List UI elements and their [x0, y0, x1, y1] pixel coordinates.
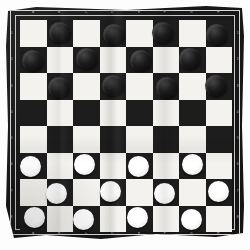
board-cell-b6 — [47, 153, 74, 180]
checker-black[interactable] — [205, 75, 226, 96]
board-cell-g8[interactable] — [179, 206, 206, 233]
checker-white[interactable] — [181, 209, 202, 230]
board-cell-a4[interactable] — [20, 100, 47, 127]
board-cell-c3 — [73, 73, 100, 100]
checker-white[interactable] — [182, 154, 203, 175]
board-cell-g3 — [179, 73, 206, 100]
board-cell-h8 — [206, 206, 233, 233]
board-cell-d5[interactable] — [100, 126, 127, 153]
board-cell-g4[interactable] — [179, 100, 206, 127]
checker-black[interactable] — [76, 48, 97, 69]
board-cell-d8 — [100, 206, 127, 233]
board-cell-h2 — [206, 47, 233, 74]
checker-black[interactable] — [49, 22, 70, 43]
checker-white[interactable] — [100, 181, 121, 202]
checkers-mat: ABCDEFGH ABCDEFGH 12345678 12345678 — [6, 6, 244, 240]
rank-label-6: 6 — [11, 163, 13, 166]
product-photo: ABCDEFGH ABCDEFGH 12345678 12345678 — [0, 0, 250, 250]
rank-label-3: 3 — [237, 84, 239, 87]
board-cell-e7 — [126, 179, 153, 206]
board-cell-b1[interactable] — [47, 20, 74, 47]
board-cell-b7[interactable] — [47, 179, 74, 206]
board-cell-c1 — [73, 20, 100, 47]
file-label-c: C — [85, 10, 87, 13]
checker-black[interactable] — [130, 50, 151, 71]
board-cell-g2[interactable] — [179, 47, 206, 74]
board-cell-g1 — [179, 20, 206, 47]
board-cell-g7 — [179, 179, 206, 206]
board-cell-e4[interactable] — [126, 100, 153, 127]
rank-label-5: 5 — [11, 136, 13, 139]
checker-white[interactable] — [24, 207, 45, 228]
board-cell-c4[interactable] — [73, 100, 100, 127]
rank-label-6: 6 — [237, 163, 239, 166]
file-label-g: G — [190, 10, 193, 13]
rank-label-4: 4 — [237, 110, 239, 113]
board-cell-h4 — [206, 100, 233, 127]
checker-white[interactable] — [128, 156, 149, 177]
board-cell-a7 — [20, 179, 47, 206]
checker-black[interactable] — [206, 24, 227, 45]
checker-black[interactable] — [152, 22, 173, 43]
rank-labels-left: 12345678 — [9, 20, 15, 230]
board-cell-f6 — [153, 153, 180, 180]
board-cell-d7[interactable] — [100, 179, 127, 206]
rank-label-3: 3 — [11, 84, 13, 87]
checker-black[interactable] — [103, 24, 124, 45]
board-cell-e5 — [126, 126, 153, 153]
board-cell-d6 — [100, 153, 127, 180]
rank-labels-right: 12345678 — [235, 20, 241, 230]
rank-label-2: 2 — [11, 58, 13, 61]
board-cell-h5[interactable] — [206, 126, 233, 153]
file-label-h: H — [217, 10, 219, 13]
file-label-e: E — [138, 10, 140, 13]
board-cell-d1[interactable] — [100, 20, 127, 47]
board-cell-c8[interactable] — [73, 206, 100, 233]
board-cell-b8 — [47, 206, 74, 233]
board-cell-d4 — [100, 100, 127, 127]
checker-black[interactable] — [102, 75, 123, 96]
checker-white[interactable] — [154, 183, 175, 204]
rank-label-7: 7 — [237, 189, 239, 192]
checker-white[interactable] — [46, 183, 67, 204]
board-cell-f1[interactable] — [153, 20, 180, 47]
rank-label-1: 1 — [11, 31, 13, 34]
file-labels-top: ABCDEFGH — [20, 9, 232, 15]
rank-label-4: 4 — [11, 110, 13, 113]
board-cell-e1 — [126, 20, 153, 47]
board-cell-h1[interactable] — [206, 20, 233, 47]
board-cell-f7[interactable] — [153, 179, 180, 206]
board-cell-b5[interactable] — [47, 126, 74, 153]
checker-white[interactable] — [74, 154, 95, 175]
checker-black[interactable] — [22, 50, 43, 71]
board-cell-h7[interactable] — [206, 179, 233, 206]
board-cell-a8[interactable] — [20, 206, 47, 233]
board-cell-d3[interactable] — [100, 73, 127, 100]
rank-label-5: 5 — [237, 136, 239, 139]
board-cell-c2[interactable] — [73, 47, 100, 74]
checker-black[interactable] — [179, 48, 200, 69]
board-cell-f2 — [153, 47, 180, 74]
file-label-a: A — [32, 10, 34, 13]
checker-white[interactable] — [127, 207, 148, 228]
rank-label-8: 8 — [11, 215, 13, 218]
board-cell-h3[interactable] — [206, 73, 233, 100]
board-cell-d2 — [100, 47, 127, 74]
rank-label-8: 8 — [237, 215, 239, 218]
board-cell-a6[interactable] — [20, 153, 47, 180]
checker-black[interactable] — [48, 77, 69, 98]
board-cell-f4 — [153, 100, 180, 127]
file-label-b: B — [58, 10, 60, 13]
board-cell-c6[interactable] — [73, 153, 100, 180]
rank-label-7: 7 — [11, 189, 13, 192]
checkers-board[interactable] — [20, 20, 232, 232]
board-cell-a1 — [20, 20, 47, 47]
board-cell-g6[interactable] — [179, 153, 206, 180]
board-cell-g5 — [179, 126, 206, 153]
board-cell-f5[interactable] — [153, 126, 180, 153]
board-cell-b4 — [47, 100, 74, 127]
rank-label-2: 2 — [237, 58, 239, 61]
file-label-f: F — [164, 10, 166, 13]
rank-label-1: 1 — [237, 31, 239, 34]
board-cell-a2[interactable] — [20, 47, 47, 74]
board-cell-b2 — [47, 47, 74, 74]
board-cell-e3 — [126, 73, 153, 100]
board-cell-c7 — [73, 179, 100, 206]
checker-black[interactable] — [156, 77, 177, 98]
board-cell-h6 — [206, 153, 233, 180]
board-cell-a3 — [20, 73, 47, 100]
checker-white[interactable] — [20, 156, 41, 177]
board-cell-c5 — [73, 126, 100, 153]
checker-white[interactable] — [208, 181, 229, 202]
checker-white[interactable] — [73, 209, 94, 230]
board-cell-b3[interactable] — [47, 73, 74, 100]
board-cell-e2[interactable] — [126, 47, 153, 74]
file-label-d: D — [111, 10, 113, 13]
board-cell-e8[interactable] — [126, 206, 153, 233]
board-cell-e6[interactable] — [126, 153, 153, 180]
board-cell-f3[interactable] — [153, 73, 180, 100]
board-cell-a5 — [20, 126, 47, 153]
board-cell-f8 — [153, 206, 180, 233]
